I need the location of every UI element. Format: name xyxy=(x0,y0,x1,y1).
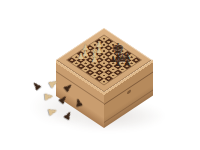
chess-piece-white-pawn[interactable]: ♟ xyxy=(91,56,98,64)
chess-piece-white-pawn[interactable]: ♟ xyxy=(77,53,84,61)
pieces-layer: ♚♟♟♟♛♟♟♟♝♟♝♟♟♟ xyxy=(0,0,200,150)
chess-piece-black-bishop[interactable]: ♝ xyxy=(113,57,122,68)
chess-piece-black-pawn[interactable]: ♟ xyxy=(123,59,130,67)
product-photo-stage: ♚♟♟♟♛♟♟♟♝♟♝♟♟♟ ♟♟♟♟♟♟♟♟ xyxy=(0,0,200,150)
